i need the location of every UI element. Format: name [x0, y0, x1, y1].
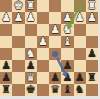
- piece-white-bishop[interactable]: ♝: [62, 36, 72, 48]
- piece-white-rook[interactable]: ♜: [87, 0, 97, 12]
- square-f1[interactable]: ♜: [25, 0, 37, 12]
- piece-white-pawn[interactable]: ♟: [13, 12, 23, 24]
- square-d6[interactable]: [49, 60, 61, 72]
- square-d2[interactable]: [49, 12, 61, 24]
- square-d7[interactable]: ♟: [49, 72, 61, 84]
- square-a8[interactable]: [86, 84, 98, 96]
- piece-white-pawn[interactable]: ♟: [38, 36, 48, 48]
- piece-black-pawn[interactable]: ♟: [50, 72, 60, 84]
- square-h8[interactable]: ♜: [0, 84, 12, 96]
- piece-white-pawn[interactable]: ♟: [62, 12, 72, 24]
- square-h1[interactable]: [0, 0, 12, 12]
- square-d3[interactable]: ♟: [49, 24, 61, 36]
- square-c8[interactable]: ♝: [61, 84, 73, 96]
- square-d1[interactable]: [49, 0, 61, 12]
- square-a6[interactable]: [86, 60, 98, 72]
- piece-black-pawn[interactable]: ♟: [75, 72, 85, 84]
- piece-black-pawn[interactable]: ♟: [87, 48, 97, 60]
- square-c4[interactable]: ♝: [61, 36, 73, 48]
- piece-white-king[interactable]: ♚: [13, 0, 23, 12]
- square-h4[interactable]: [0, 36, 12, 48]
- piece-black-king[interactable]: ♚: [26, 84, 36, 96]
- piece-white-pawn[interactable]: ♟: [1, 12, 11, 24]
- piece-white-pawn[interactable]: ♟: [87, 12, 97, 24]
- square-h5[interactable]: [0, 48, 12, 60]
- square-a2[interactable]: ♟: [86, 12, 98, 24]
- square-f5[interactable]: ♞: [25, 48, 37, 60]
- square-d4[interactable]: [49, 36, 61, 48]
- chess-analysis-window: ♚♜♜♟♟♟♟♟♟♟♞♟♝♞♟♟♟♟♟♛♟♟♟♜♜♚♛♝♞: [0, 0, 100, 99]
- square-a3[interactable]: [86, 24, 98, 36]
- square-c2[interactable]: ♟: [61, 12, 73, 24]
- square-c7[interactable]: ♟: [61, 72, 73, 84]
- square-g6[interactable]: [12, 60, 24, 72]
- square-e6[interactable]: [37, 60, 49, 72]
- square-c5[interactable]: [61, 48, 73, 60]
- square-a5[interactable]: ♟: [86, 48, 98, 60]
- square-b2[interactable]: ♟: [74, 12, 86, 24]
- piece-black-rook[interactable]: ♜: [1, 84, 11, 96]
- square-h6[interactable]: ♟: [0, 60, 12, 72]
- piece-white-queen[interactable]: ♛: [26, 72, 36, 84]
- piece-white-pawn[interactable]: ♟: [26, 12, 36, 24]
- square-h3[interactable]: [0, 24, 12, 36]
- square-g7[interactable]: [12, 72, 24, 84]
- square-f7[interactable]: ♛: [25, 72, 37, 84]
- square-b1[interactable]: [74, 0, 86, 12]
- square-b3[interactable]: [74, 24, 86, 36]
- piece-black-pawn[interactable]: ♟: [62, 60, 72, 72]
- piece-white-rook[interactable]: ♜: [26, 0, 36, 12]
- square-f4[interactable]: [25, 36, 37, 48]
- square-e2[interactable]: [37, 12, 49, 24]
- square-a4[interactable]: [86, 36, 98, 48]
- square-g8[interactable]: [12, 84, 24, 96]
- square-b8[interactable]: ♞: [74, 84, 86, 96]
- piece-black-pawn[interactable]: ♟: [62, 72, 72, 84]
- square-c6[interactable]: ♟: [61, 60, 73, 72]
- square-e8[interactable]: [37, 84, 49, 96]
- square-c1[interactable]: [61, 0, 73, 12]
- square-e1[interactable]: [37, 0, 49, 12]
- square-a1[interactable]: ♜: [86, 0, 98, 12]
- square-f8[interactable]: ♚: [25, 84, 37, 96]
- piece-white-knight[interactable]: ♞: [62, 24, 72, 36]
- square-e5[interactable]: [37, 48, 49, 60]
- square-c3[interactable]: ♞: [61, 24, 73, 36]
- piece-black-rook[interactable]: ♜: [87, 72, 97, 84]
- square-b5[interactable]: [74, 48, 86, 60]
- square-h7[interactable]: ♟: [0, 72, 12, 84]
- square-b6[interactable]: [74, 60, 86, 72]
- piece-white-knight[interactable]: ♞: [26, 48, 36, 60]
- square-f3[interactable]: [25, 24, 37, 36]
- square-g4[interactable]: [12, 36, 24, 48]
- square-e7[interactable]: [37, 72, 49, 84]
- square-a7[interactable]: ♜: [86, 72, 98, 84]
- square-d5[interactable]: [49, 48, 61, 60]
- square-b7[interactable]: ♟: [74, 72, 86, 84]
- piece-black-knight[interactable]: ♞: [75, 84, 85, 96]
- piece-black-pawn[interactable]: ♟: [26, 60, 36, 72]
- square-e3[interactable]: [37, 24, 49, 36]
- piece-white-pawn[interactable]: ♟: [50, 24, 60, 36]
- square-f2[interactable]: ♟: [25, 12, 37, 24]
- piece-black-pawn[interactable]: ♟: [1, 60, 11, 72]
- piece-black-bishop[interactable]: ♝: [62, 84, 72, 96]
- square-d8[interactable]: ♛: [49, 84, 61, 96]
- square-g5[interactable]: [12, 48, 24, 60]
- square-e4[interactable]: ♟: [37, 36, 49, 48]
- square-g3[interactable]: [12, 24, 24, 36]
- square-h2[interactable]: ♟: [0, 12, 12, 24]
- piece-black-queen[interactable]: ♛: [50, 84, 60, 96]
- piece-black-pawn[interactable]: ♟: [1, 72, 11, 84]
- square-g1[interactable]: ♚: [12, 0, 24, 12]
- square-f6[interactable]: ♟: [25, 60, 37, 72]
- chess-board[interactable]: ♚♜♜♟♟♟♟♟♟♟♞♟♝♞♟♟♟♟♟♛♟♟♟♜♜♚♛♝♞: [0, 0, 98, 96]
- piece-white-pawn[interactable]: ♟: [75, 12, 85, 24]
- square-b4[interactable]: [74, 36, 86, 48]
- square-g2[interactable]: ♟: [12, 12, 24, 24]
